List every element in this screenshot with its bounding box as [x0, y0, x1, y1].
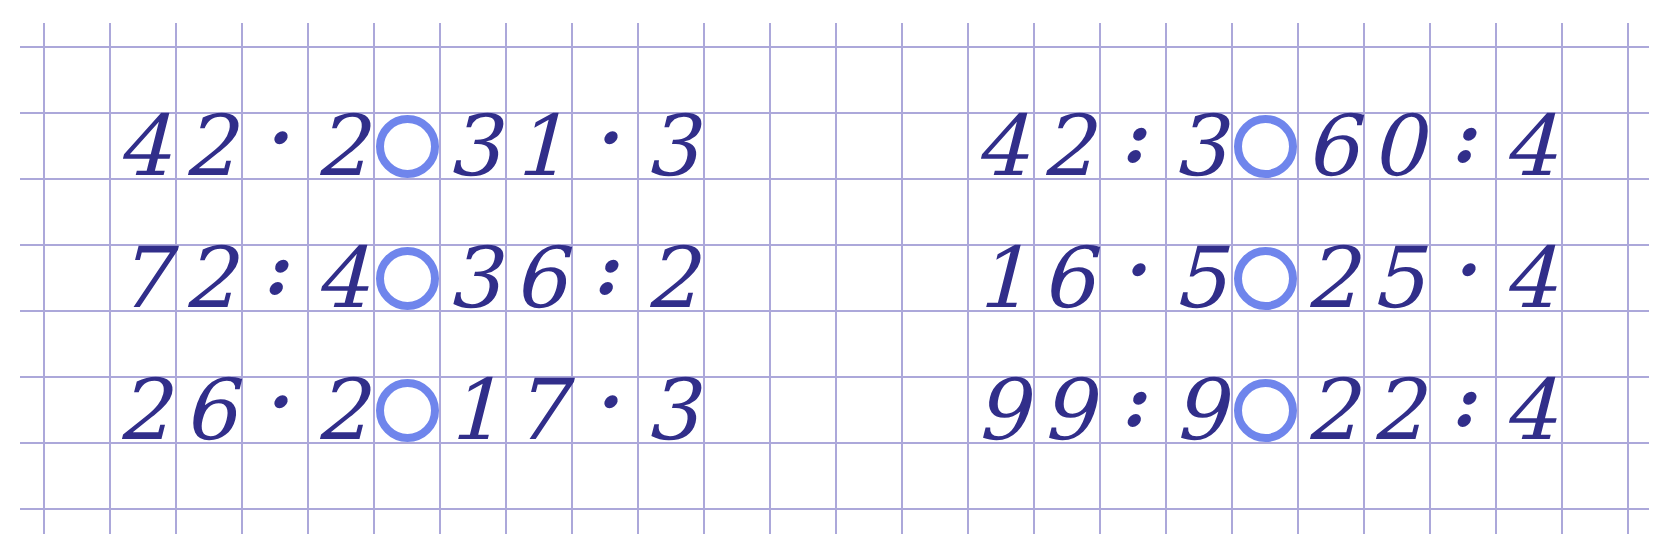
digit: 6: [1034, 245, 1100, 311]
multiplication-dot: ·: [572, 105, 638, 171]
answer-circle[interactable]: [376, 115, 439, 178]
digit: 9: [1166, 377, 1232, 443]
division-colon: :: [572, 237, 638, 303]
digit: 4: [1496, 245, 1562, 311]
digit: 4: [110, 113, 176, 179]
digit: 2: [1298, 377, 1364, 443]
digit: 2: [176, 245, 242, 311]
digit: 3: [638, 113, 704, 179]
digit: 7: [506, 377, 572, 443]
digit: 2: [638, 245, 704, 311]
digit: 2: [1364, 377, 1430, 443]
multiplication-dot: ·: [242, 369, 308, 435]
multiplication-dot: ·: [242, 105, 308, 171]
digit: 2: [308, 113, 374, 179]
digit: 4: [308, 245, 374, 311]
multiplication-dot: ·: [572, 369, 638, 435]
multiplication-dot: ·: [1430, 237, 1496, 303]
digit: 3: [440, 113, 506, 179]
digit: 6: [1298, 113, 1364, 179]
digit: 4: [968, 113, 1034, 179]
worksheet-page: 42·231·342:360:472:436:216·525·426·217·3…: [0, 0, 1671, 558]
division-colon: :: [1100, 105, 1166, 171]
digit: 7: [110, 245, 176, 311]
digit: 2: [176, 113, 242, 179]
digit: 3: [1166, 113, 1232, 179]
digit: 5: [1166, 245, 1232, 311]
answer-circle[interactable]: [376, 379, 439, 442]
digit: 2: [1298, 245, 1364, 311]
digit: 1: [440, 377, 506, 443]
digit: 0: [1364, 113, 1430, 179]
answer-circle[interactable]: [1234, 115, 1297, 178]
division-colon: :: [1100, 369, 1166, 435]
digit: 2: [110, 377, 176, 443]
digit: 2: [308, 377, 374, 443]
answer-circle[interactable]: [1234, 247, 1297, 310]
digit: 3: [638, 377, 704, 443]
digit: 1: [506, 113, 572, 179]
digit: 9: [968, 377, 1034, 443]
division-colon: :: [1430, 105, 1496, 171]
multiplication-dot: ·: [1100, 237, 1166, 303]
exercise-grid: 42·231·342:360:472:436:216·525·426·217·3…: [44, 47, 1628, 509]
digit: 4: [1496, 113, 1562, 179]
answer-circle[interactable]: [376, 247, 439, 310]
division-colon: :: [1430, 369, 1496, 435]
digit: 3: [440, 245, 506, 311]
digit: 6: [176, 377, 242, 443]
digit: 5: [1364, 245, 1430, 311]
division-colon: :: [242, 237, 308, 303]
digit: 4: [1496, 377, 1562, 443]
answer-circle[interactable]: [1234, 379, 1297, 442]
digit: 9: [1034, 377, 1100, 443]
digit: 1: [968, 245, 1034, 311]
digit: 6: [506, 245, 572, 311]
digit: 2: [1034, 113, 1100, 179]
